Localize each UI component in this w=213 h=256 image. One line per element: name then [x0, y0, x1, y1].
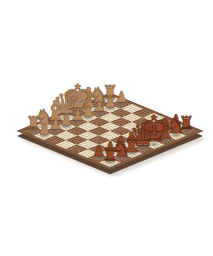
chess-board: ♜♟♟♜♞♟♟♞♝♟♟♝♚♟♟♚♛♟♟♛♝♟♟♝♞♟♟♞♜♟♟♜: [17, 93, 204, 170]
piece-white-pawn[interactable]: ♟: [38, 122, 51, 137]
piece-black-rook[interactable]: ♜: [102, 146, 118, 164]
square-a8[interactable]: ♜: [99, 158, 121, 167]
chess-set-photo: ♜♟♟♜♞♟♟♞♝♟♟♝♚♟♟♚♛♟♟♛♝♟♟♝♞♟♟♞♜♟♟♜: [0, 0, 213, 256]
board-anchor: ♜♟♟♜♞♟♟♞♝♟♟♝♚♟♟♚♛♟♟♛♝♟♟♝♞♟♟♞♜♟♟♜: [44, 65, 176, 197]
